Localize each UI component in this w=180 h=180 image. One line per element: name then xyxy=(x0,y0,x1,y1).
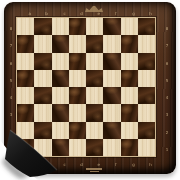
coordinate-label-4: 4 xyxy=(8,91,14,105)
coordinate-label-e: e xyxy=(92,161,106,167)
coordinate-label-3: 3 xyxy=(164,108,170,122)
square-f6 xyxy=(103,53,120,70)
square-g7 xyxy=(121,35,138,52)
square-e4 xyxy=(86,87,103,104)
coordinate-label-a: a xyxy=(23,10,37,16)
square-b6 xyxy=(34,53,51,70)
square-e1 xyxy=(86,139,103,156)
coordinate-label-1: 1 xyxy=(8,142,14,156)
coordinate-label-2: 2 xyxy=(164,125,170,139)
coordinate-label-5: 5 xyxy=(164,73,170,87)
square-a4 xyxy=(17,87,34,104)
square-e7 xyxy=(86,35,103,52)
coordinate-label-3: 3 xyxy=(8,108,14,122)
square-b1 xyxy=(34,139,51,156)
square-d6 xyxy=(69,53,86,70)
square-g1 xyxy=(121,139,138,156)
square-d7 xyxy=(69,35,86,52)
rank-labels-left: 87654321 xyxy=(7,20,15,158)
rank-labels-right: 87654321 xyxy=(163,20,171,158)
square-c8 xyxy=(52,18,69,35)
square-e5 xyxy=(86,70,103,87)
coordinate-label-5: 5 xyxy=(8,73,14,87)
square-f4 xyxy=(103,87,120,104)
square-a5 xyxy=(17,70,34,87)
square-e6 xyxy=(86,53,103,70)
square-h8 xyxy=(138,18,155,35)
square-b3 xyxy=(34,104,51,121)
coordinate-label-1: 1 xyxy=(164,142,170,156)
square-c6 xyxy=(52,53,69,70)
square-g4 xyxy=(121,87,138,104)
square-h4 xyxy=(138,87,155,104)
coordinate-label-c: c xyxy=(57,161,71,167)
square-h1 xyxy=(138,139,155,156)
square-d4 xyxy=(69,87,86,104)
coordinate-label-4: 4 xyxy=(164,91,170,105)
coordinate-label-8: 8 xyxy=(164,22,170,36)
square-d3 xyxy=(69,104,86,121)
coordinate-label-f: f xyxy=(109,10,123,16)
square-c2 xyxy=(52,122,69,139)
square-b7 xyxy=(34,35,51,52)
product-photo: abcdefgh abcdefgh 87654321 87654321 xyxy=(0,0,180,180)
coordinate-label-7: 7 xyxy=(164,39,170,53)
maker-mark-logo xyxy=(86,168,102,173)
square-e8 xyxy=(86,18,103,35)
square-f3 xyxy=(103,104,120,121)
square-c4 xyxy=(52,87,69,104)
file-labels-bottom: abcdefgh xyxy=(21,160,159,168)
square-d8 xyxy=(69,18,86,35)
coordinate-label-6: 6 xyxy=(8,56,14,70)
square-c7 xyxy=(52,35,69,52)
square-a3 xyxy=(17,104,34,121)
square-a6 xyxy=(17,53,34,70)
square-h7 xyxy=(138,35,155,52)
square-d5 xyxy=(69,70,86,87)
square-g8 xyxy=(121,18,138,35)
coordinate-label-d: d xyxy=(74,161,88,167)
square-f8 xyxy=(103,18,120,35)
square-f1 xyxy=(103,139,120,156)
square-a1 xyxy=(17,139,34,156)
square-g5 xyxy=(121,70,138,87)
coordinate-label-7: 7 xyxy=(8,39,14,53)
square-e2 xyxy=(86,122,103,139)
square-h3 xyxy=(138,104,155,121)
square-b4 xyxy=(34,87,51,104)
square-b2 xyxy=(34,122,51,139)
coordinate-label-8: 8 xyxy=(8,22,14,36)
square-g3 xyxy=(121,104,138,121)
coordinate-label-e: e xyxy=(92,10,106,16)
coordinate-label-g: g xyxy=(126,161,140,167)
coordinate-label-f: f xyxy=(109,161,123,167)
coordinate-label-g: g xyxy=(126,10,140,16)
square-c3 xyxy=(52,104,69,121)
maker-mark-line xyxy=(86,168,102,170)
square-a8 xyxy=(17,18,34,35)
coordinate-label-b: b xyxy=(40,10,54,16)
coordinate-label-h: h xyxy=(143,10,157,16)
square-b8 xyxy=(34,18,51,35)
coordinate-label-b: b xyxy=(40,161,54,167)
square-g6 xyxy=(121,53,138,70)
coordinate-label-c: c xyxy=(57,10,71,16)
coordinate-label-6: 6 xyxy=(164,56,170,70)
maker-mark-line xyxy=(90,171,99,172)
board-grid xyxy=(17,18,155,156)
square-g2 xyxy=(121,122,138,139)
square-f2 xyxy=(103,122,120,139)
square-d1 xyxy=(69,139,86,156)
square-a2 xyxy=(17,122,34,139)
coordinate-label-h: h xyxy=(143,161,157,167)
square-b5 xyxy=(34,70,51,87)
square-a7 xyxy=(17,35,34,52)
coordinate-label-2: 2 xyxy=(8,125,14,139)
square-h6 xyxy=(138,53,155,70)
file-labels-top: abcdefgh xyxy=(21,9,159,17)
square-f7 xyxy=(103,35,120,52)
square-e3 xyxy=(86,104,103,121)
square-c5 xyxy=(52,70,69,87)
square-c1 xyxy=(52,139,69,156)
square-h2 xyxy=(138,122,155,139)
square-f5 xyxy=(103,70,120,87)
coordinate-label-a: a xyxy=(23,161,37,167)
square-h5 xyxy=(138,70,155,87)
square-d2 xyxy=(69,122,86,139)
coordinate-label-d: d xyxy=(74,10,88,16)
